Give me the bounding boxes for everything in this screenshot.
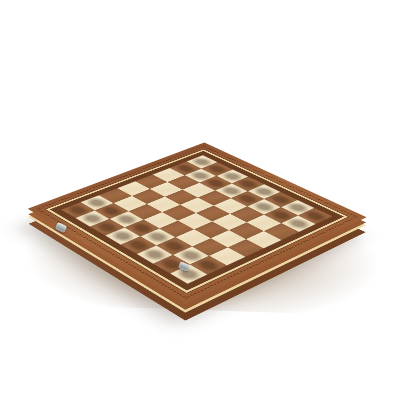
folding-chess-box: ♜♞♝♛♚♝♞♜♟♟♟♟♟♟♟♟♟♟♟♟♟♟♟♟♜♞♝♛♚♝♞♜: [28, 143, 367, 305]
piece-glyph: ♟: [270, 163, 327, 226]
chess-board: ♜♞♝♛♚♝♞♜♟♟♟♟♟♟♟♟♟♟♟♟♟♟♟♟♜♞♝♛♚♝♞♜: [28, 143, 367, 305]
chess-scene: ♜♞♝♛♚♝♞♜♟♟♟♟♟♟♟♟♟♟♟♟♟♟♟♟♜♞♝♛♚♝♞♜: [0, 0, 400, 400]
product-photo: ♜♞♝♛♚♝♞♜♟♟♟♟♟♟♟♟♟♟♟♟♟♟♟♟♜♞♝♛♚♝♞♜: [0, 0, 400, 400]
